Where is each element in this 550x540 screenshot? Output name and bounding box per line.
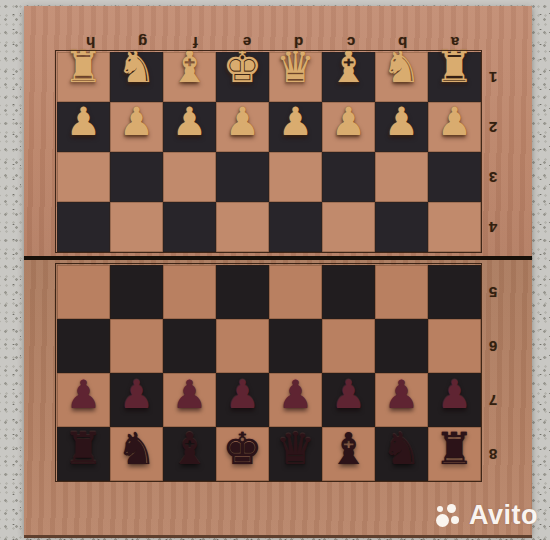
square-e4 (216, 202, 269, 252)
rank-label-4: 4 (489, 220, 497, 235)
square-g4 (110, 202, 163, 252)
square-c5 (322, 265, 375, 319)
black-pawn: ♟ (57, 367, 110, 421)
avito-watermark-text: Avito (469, 502, 538, 529)
black-rook: ♜ (428, 421, 481, 475)
rank-label-cell: 3 (481, 152, 532, 202)
white-pawn: ♟ (322, 96, 375, 146)
square-f4 (163, 202, 216, 252)
white-knight: ♞ (110, 41, 163, 91)
square-a5 (428, 265, 481, 319)
square-f3 (163, 152, 216, 202)
black-pawn: ♟ (216, 367, 269, 421)
square-g2: ♟ (110, 102, 163, 152)
black-pawn: ♟ (163, 367, 216, 421)
square-b3 (375, 152, 428, 202)
square-a3 (428, 152, 481, 202)
square-h4 (57, 202, 110, 252)
white-pawn: ♟ (57, 96, 110, 146)
square-b1: ♞ (375, 52, 428, 102)
square-h8: ♜ (57, 427, 110, 481)
square-b8: ♞ (375, 427, 428, 481)
square-d2: ♟ (269, 102, 322, 152)
square-d5 (269, 265, 322, 319)
board-photo: hgfedcba ♜♞♝♚♛♝♞♜♟♟♟♟♟♟♟♟ 1234 ♟♟♟♟♟♟♟♟♜… (0, 0, 550, 540)
rank-label-cell: 2 (481, 102, 532, 152)
rank-label-cell: 6 (481, 319, 532, 373)
square-a7: ♟ (428, 373, 481, 427)
square-b4 (375, 202, 428, 252)
squares-ranks-1-4: ♜♞♝♚♛♝♞♜♟♟♟♟♟♟♟♟ (57, 52, 481, 252)
squares-ranks-5-8: ♟♟♟♟♟♟♟♟♜♞♝♚♛♝♞♜ (57, 265, 481, 481)
white-pawn: ♟ (428, 96, 481, 146)
rank-label-8: 8 (489, 447, 497, 462)
square-g3 (110, 152, 163, 202)
square-e2: ♟ (216, 102, 269, 152)
black-pawn: ♟ (375, 367, 428, 421)
white-bishop: ♝ (163, 41, 216, 91)
black-queen: ♛ (269, 421, 322, 475)
square-g7: ♟ (110, 373, 163, 427)
white-pawn: ♟ (375, 96, 428, 146)
white-pawn: ♟ (163, 96, 216, 146)
square-h2: ♟ (57, 102, 110, 152)
square-g8: ♞ (110, 427, 163, 481)
square-a6 (428, 319, 481, 373)
board-bottom-half: ♟♟♟♟♟♟♟♟♜♞♝♚♛♝♞♜ 5678 (24, 260, 532, 538)
square-d8: ♛ (269, 427, 322, 481)
black-bishop: ♝ (163, 421, 216, 475)
white-knight: ♞ (375, 41, 428, 91)
square-e8: ♚ (216, 427, 269, 481)
black-bishop: ♝ (322, 421, 375, 475)
square-h7: ♟ (57, 373, 110, 427)
square-a2: ♟ (428, 102, 481, 152)
white-rook: ♜ (57, 41, 110, 91)
square-h1: ♜ (57, 52, 110, 102)
black-knight: ♞ (110, 421, 163, 475)
square-d3 (269, 152, 322, 202)
avito-watermark: Avito (436, 502, 538, 529)
rank-label-7: 7 (489, 393, 497, 408)
square-f5 (163, 265, 216, 319)
square-h3 (57, 152, 110, 202)
square-g1: ♞ (110, 52, 163, 102)
square-a1: ♜ (428, 52, 481, 102)
rank-label-cell: 1 (481, 52, 532, 102)
rank-label-cell: 4 (481, 202, 532, 252)
square-f2: ♟ (163, 102, 216, 152)
square-f7: ♟ (163, 373, 216, 427)
square-c2: ♟ (322, 102, 375, 152)
square-h5 (57, 265, 110, 319)
square-g5 (110, 265, 163, 319)
avito-logo-icon (436, 504, 463, 528)
rank-labels-5-8: 5678 (481, 265, 532, 481)
square-c6 (322, 319, 375, 373)
rank-label-1: 1 (489, 70, 497, 85)
white-pawn: ♟ (269, 96, 322, 146)
chessboard: hgfedcba ♜♞♝♚♛♝♞♜♟♟♟♟♟♟♟♟ 1234 ♟♟♟♟♟♟♟♟♜… (24, 6, 532, 535)
square-d6 (269, 319, 322, 373)
square-c1: ♝ (322, 52, 375, 102)
square-f8: ♝ (163, 427, 216, 481)
square-b7: ♟ (375, 373, 428, 427)
white-pawn: ♟ (216, 96, 269, 146)
square-f1: ♝ (163, 52, 216, 102)
square-c8: ♝ (322, 427, 375, 481)
black-knight: ♞ (375, 421, 428, 475)
square-f6 (163, 319, 216, 373)
black-rook: ♜ (57, 421, 110, 475)
square-e3 (216, 152, 269, 202)
square-e6 (216, 319, 269, 373)
rank-label-2: 2 (489, 120, 497, 135)
rank-label-cell: 5 (481, 265, 532, 319)
rank-label-cell: 8 (481, 427, 532, 481)
square-g6 (110, 319, 163, 373)
rank-label-cell: 7 (481, 373, 532, 427)
square-b6 (375, 319, 428, 373)
square-e7: ♟ (216, 373, 269, 427)
square-h6 (57, 319, 110, 373)
square-e5 (216, 265, 269, 319)
square-b5 (375, 265, 428, 319)
rank-label-3: 3 (489, 170, 497, 185)
square-c4 (322, 202, 375, 252)
white-pawn: ♟ (110, 96, 163, 146)
rank-labels-1-4: 1234 (481, 52, 532, 252)
square-e1: ♚ (216, 52, 269, 102)
black-pawn: ♟ (322, 367, 375, 421)
square-a4 (428, 202, 481, 252)
square-c7: ♟ (322, 373, 375, 427)
black-king: ♚ (216, 421, 269, 475)
board-top-half: hgfedcba ♜♞♝♚♛♝♞♜♟♟♟♟♟♟♟♟ 1234 (24, 6, 532, 256)
square-b2: ♟ (375, 102, 428, 152)
rank-label-5: 5 (489, 285, 497, 300)
white-bishop: ♝ (322, 41, 375, 91)
white-rook: ♜ (428, 41, 481, 91)
square-a8: ♜ (428, 427, 481, 481)
black-pawn: ♟ (269, 367, 322, 421)
rank-label-6: 6 (489, 339, 497, 354)
square-c3 (322, 152, 375, 202)
square-d1: ♛ (269, 52, 322, 102)
square-d4 (269, 202, 322, 252)
black-pawn: ♟ (110, 367, 163, 421)
white-queen: ♛ (269, 41, 322, 91)
white-king: ♚ (216, 41, 269, 91)
square-d7: ♟ (269, 373, 322, 427)
black-pawn: ♟ (428, 367, 481, 421)
